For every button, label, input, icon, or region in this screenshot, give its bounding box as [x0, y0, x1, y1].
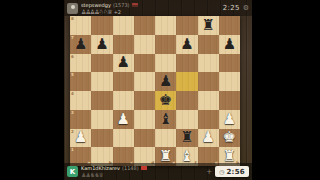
chess-app-screen: stepswedgy (1573) ♙♙♙♙♘♘♕ +2 2:25 ⚙ 8♜7♟…	[64, 0, 252, 180]
square-f5[interactable]	[176, 72, 197, 91]
piece-black-rook: ♜	[198, 16, 219, 35]
top-player-clock: 2:25	[223, 4, 240, 12]
piece-black-pawn: ♟	[155, 72, 176, 91]
bottom-player-rating: (1148)	[122, 165, 139, 171]
piece-black-pawn: ♟	[113, 54, 134, 73]
top-material-score: +2	[114, 9, 121, 15]
square-c2[interactable]	[113, 129, 134, 148]
bottom-player-flag-icon	[141, 166, 147, 170]
square-f8[interactable]	[176, 16, 197, 35]
square-h4[interactable]	[219, 91, 240, 110]
square-d5[interactable]	[134, 72, 155, 91]
square-g5[interactable]	[198, 72, 219, 91]
piece-black-pawn: ♟	[91, 35, 112, 54]
square-h8[interactable]	[219, 16, 240, 35]
top-player-avatar[interactable]	[67, 3, 78, 14]
square-b7[interactable]: ♟	[91, 35, 112, 54]
top-captured-pieces: ♙♙♙♙♘♘♕	[81, 9, 112, 15]
square-h2[interactable]: ♚	[219, 129, 240, 148]
square-d6[interactable]	[134, 54, 155, 73]
piece-black-king: ♚	[155, 91, 176, 110]
square-e7[interactable]	[155, 35, 176, 54]
top-player-rating: (1573)	[113, 2, 130, 8]
square-e3[interactable]: ♝	[155, 110, 176, 129]
square-e5[interactable]: ♟	[155, 72, 176, 91]
square-a4[interactable]: 4	[70, 91, 91, 110]
piece-white-king: ♚	[219, 129, 240, 148]
square-c7[interactable]	[113, 35, 134, 54]
square-a5[interactable]: 5	[70, 72, 91, 91]
square-g6[interactable]	[198, 54, 219, 73]
settings-gear-icon[interactable]: ⚙	[243, 4, 249, 12]
square-f2[interactable]: ♜	[176, 129, 197, 148]
square-c6[interactable]: ♟	[113, 54, 134, 73]
piece-black-bishop: ♝	[155, 110, 176, 129]
piece-black-rook: ♜	[176, 129, 197, 148]
square-h6[interactable]	[219, 54, 240, 73]
square-f4[interactable]	[176, 91, 197, 110]
square-h7[interactable]: ♟	[219, 35, 240, 54]
rank-label-5: 5	[71, 73, 74, 77]
square-b6[interactable]	[91, 54, 112, 73]
rank-label-8: 8	[71, 17, 74, 21]
avatar-placeholder-icon	[71, 5, 75, 9]
square-g8[interactable]: ♜	[198, 16, 219, 35]
square-a7[interactable]: 7♟	[70, 35, 91, 54]
square-e8[interactable]	[155, 16, 176, 35]
piece-black-pawn: ♟	[70, 35, 91, 54]
square-c3[interactable]: ♟	[113, 110, 134, 129]
square-a2[interactable]: 2♟	[70, 129, 91, 148]
chess-board: 8♜7♟♟♟♟6♟5♟4♚3♟♝♟2♟♜♟♚1abcde♜f♝gh♜	[70, 16, 240, 166]
square-e2[interactable]	[155, 129, 176, 148]
bottom-player-clock: ◷ 2:56	[215, 166, 249, 177]
square-f3[interactable]	[176, 110, 197, 129]
piece-black-pawn: ♟	[219, 35, 240, 54]
square-h3[interactable]: ♟	[219, 110, 240, 129]
top-player-bar: stepswedgy (1573) ♙♙♙♙♘♘♕ +2 2:25 ⚙	[64, 0, 252, 16]
square-a8[interactable]: 8	[70, 16, 91, 35]
video-frame: stepswedgy (1573) ♙♙♙♙♘♘♕ +2 2:25 ⚙ 8♜7♟…	[0, 0, 320, 180]
top-player-info: stepswedgy (1573) ♙♙♙♙♘♘♕ +2	[81, 2, 223, 15]
bottom-captured-pieces: ♟♟♞♞♛	[81, 172, 103, 178]
square-d3[interactable]	[134, 110, 155, 129]
square-b5[interactable]	[91, 72, 112, 91]
square-b4[interactable]	[91, 91, 112, 110]
rank-label-1: 1	[71, 148, 74, 152]
square-f6[interactable]	[176, 54, 197, 73]
rank-label-4: 4	[71, 92, 74, 96]
square-b3[interactable]	[91, 110, 112, 129]
piece-black-pawn: ♟	[176, 35, 197, 54]
rank-label-6: 6	[71, 55, 74, 59]
square-b8[interactable]	[91, 16, 112, 35]
bottom-player-avatar[interactable]: K	[67, 166, 78, 177]
top-player-flag-icon	[132, 3, 138, 7]
piece-white-pawn: ♟	[219, 110, 240, 129]
piece-white-pawn: ♟	[198, 129, 219, 148]
square-g3[interactable]	[198, 110, 219, 129]
rank-label-3: 3	[71, 111, 74, 115]
square-e4[interactable]: ♚	[155, 91, 176, 110]
piece-white-pawn: ♟	[70, 129, 91, 148]
bottom-player-bar: K Kam1dKhizarev (1148) ♟♟♞♞♛ + ◷ 2:56	[64, 163, 252, 180]
square-f7[interactable]: ♟	[176, 35, 197, 54]
square-b2[interactable]	[91, 129, 112, 148]
bottom-player-clock-time: 2:56	[226, 168, 245, 176]
top-player-name[interactable]: stepswedgy	[81, 2, 111, 8]
square-d4[interactable]	[134, 91, 155, 110]
piece-white-pawn: ♟	[113, 110, 134, 129]
square-c8[interactable]	[113, 16, 134, 35]
square-g2[interactable]: ♟	[198, 129, 219, 148]
clock-icon: ◷	[219, 168, 224, 175]
square-g7[interactable]	[198, 35, 219, 54]
bottom-player-info: Kam1dKhizarev (1148) ♟♟♞♞♛	[81, 165, 206, 178]
square-a6[interactable]: 6	[70, 54, 91, 73]
square-c4[interactable]	[113, 91, 134, 110]
square-d2[interactable]	[134, 129, 155, 148]
square-g4[interactable]	[198, 91, 219, 110]
square-a3[interactable]: 3	[70, 110, 91, 129]
square-h5[interactable]	[219, 72, 240, 91]
add-time-icon[interactable]: +	[206, 168, 212, 176]
square-e6[interactable]	[155, 54, 176, 73]
square-d7[interactable]	[134, 35, 155, 54]
square-d8[interactable]	[134, 16, 155, 35]
square-c5[interactable]	[113, 72, 134, 91]
